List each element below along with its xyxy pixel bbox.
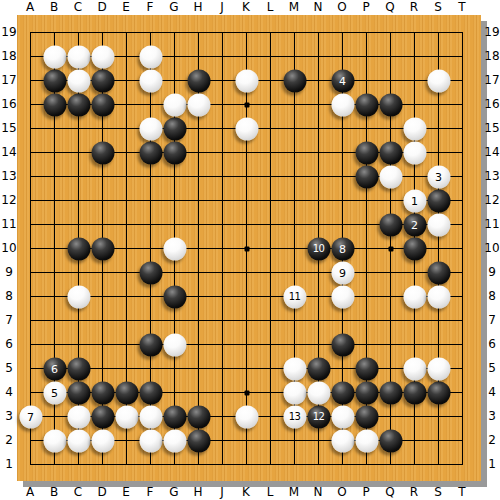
stone-white-B2[interactable] [43,429,66,452]
stone-white-G10[interactable] [163,237,186,260]
coord-label-top-F: F [147,1,154,13]
stone-white-P2[interactable] [355,429,378,452]
stone-white-F18[interactable] [139,45,162,68]
stone-black-P4[interactable] [355,381,378,404]
stone-white-Q13[interactable] [379,165,402,188]
coord-label-top-Q: Q [385,1,394,13]
stone-black-Q16[interactable] [379,93,402,116]
stone-black-S9[interactable] [427,261,450,284]
stone-white-E3[interactable] [115,405,138,428]
stone-black-S12[interactable] [427,189,450,212]
stone-black-N5[interactable] [307,357,330,380]
move-number-label: 13 [289,412,301,422]
stone-white-O2[interactable] [331,429,354,452]
stone-black-F14[interactable] [139,141,162,164]
stone-white-C17[interactable] [67,69,90,92]
coord-label-left-5: 5 [5,362,13,374]
coord-label-top-K: K [242,1,250,13]
coord-label-top-O: O [337,1,346,13]
coord-label-top-N: N [314,1,323,13]
stone-white-G16[interactable] [163,93,186,116]
star-point-K16 [244,102,249,107]
stone-black-Q11[interactable] [379,213,402,236]
move-number-label: 1 [411,195,418,206]
coord-label-left-10: 10 [1,242,16,254]
coord-label-right-12: 12 [484,194,499,206]
coord-label-left-18: 18 [1,50,16,62]
stone-black-P13[interactable] [355,165,378,188]
move-11-stone-white-M8[interactable]: 11 [283,285,306,308]
stone-black-Q4[interactable] [379,381,402,404]
coord-label-right-9: 9 [488,266,496,278]
stone-black-H3[interactable] [187,405,210,428]
coord-label-top-J: J [220,1,224,13]
move-7-stone-white-A3[interactable]: 7 [19,405,42,428]
stone-white-S11[interactable] [427,213,450,236]
coord-label-right-15: 15 [484,122,499,134]
coord-label-right-7: 7 [488,314,496,326]
stone-white-R14[interactable] [403,141,426,164]
coord-label-left-6: 6 [5,338,13,350]
coord-label-top-A: A [26,1,34,13]
move-1-stone-white-R12[interactable]: 1 [403,189,426,212]
stone-black-R4[interactable] [403,381,426,404]
coord-label-right-14: 14 [484,146,499,158]
grid-line-vertical [462,32,463,465]
stone-black-F6[interactable] [139,333,162,356]
stone-black-P16[interactable] [355,93,378,116]
stone-black-C10[interactable] [67,237,90,260]
stone-white-C2[interactable] [67,429,90,452]
stone-black-G14[interactable] [163,141,186,164]
stone-black-D10[interactable] [91,237,114,260]
coord-label-right-6: 6 [488,338,496,350]
stone-black-H2[interactable] [187,429,210,452]
coord-label-right-16: 16 [484,98,499,110]
stone-white-R8[interactable] [403,285,426,308]
stone-white-D2[interactable] [91,429,114,452]
coord-label-left-13: 13 [1,170,16,182]
stone-black-C4[interactable] [67,381,90,404]
stone-white-O16[interactable] [331,93,354,116]
stone-black-Q2[interactable] [379,429,402,452]
star-point-K4 [244,390,249,395]
stone-black-B17[interactable] [43,69,66,92]
coord-label-bottom-H: H [193,486,202,498]
stone-white-D18[interactable] [91,45,114,68]
coord-label-top-R: R [410,1,418,13]
coord-label-top-D: D [97,1,106,13]
move-13-stone-white-M3[interactable]: 13 [283,405,306,428]
stone-black-R10[interactable] [403,237,426,260]
go-board-screenshot: AABBCCDDEEFFGGHHJJKKLLMMNNOOPPQQRRSSTT19… [0,0,500,500]
stone-black-D4[interactable] [91,381,114,404]
coord-label-top-P: P [362,1,369,13]
coord-label-right-11: 11 [484,218,499,230]
stone-black-P14[interactable] [355,141,378,164]
coord-label-right-17: 17 [484,74,499,86]
coord-label-top-E: E [122,1,130,13]
coord-label-bottom-T: T [458,486,465,498]
stone-black-D17[interactable] [91,69,114,92]
stone-white-F15[interactable] [139,117,162,140]
stone-white-S5[interactable] [427,357,450,380]
stone-black-Q14[interactable] [379,141,402,164]
coord-label-bottom-E: E [122,486,130,498]
stone-white-G2[interactable] [163,429,186,452]
move-3-stone-white-S13[interactable]: 3 [427,165,450,188]
coord-label-left-7: 7 [5,314,13,326]
coord-label-right-8: 8 [488,290,496,302]
coord-label-bottom-S: S [434,486,442,498]
coord-label-left-19: 19 [1,26,16,38]
coord-label-top-M: M [289,1,299,13]
stone-white-N4[interactable] [307,381,330,404]
coord-label-bottom-R: R [410,486,418,498]
coord-label-left-1: 1 [5,458,13,470]
coord-label-bottom-M: M [289,486,299,498]
coord-label-right-2: 2 [488,434,496,446]
stone-black-G3[interactable] [163,405,186,428]
coord-label-left-14: 14 [1,146,16,158]
stone-white-K3[interactable] [235,405,258,428]
coord-label-bottom-F: F [147,486,154,498]
stone-white-G6[interactable] [163,333,186,356]
stone-black-M17[interactable] [283,69,306,92]
stone-black-E4[interactable] [115,381,138,404]
coord-label-bottom-L: L [267,486,274,498]
stone-black-D16[interactable] [91,93,114,116]
stone-white-K15[interactable] [235,117,258,140]
grid-line-horizontal [30,320,463,321]
move-2-stone-black-R11[interactable]: 2 [403,213,426,236]
stone-white-H16[interactable] [187,93,210,116]
stone-black-P5[interactable] [355,357,378,380]
stone-white-O3[interactable] [331,405,354,428]
move-12-stone-black-N3[interactable]: 12 [307,405,330,428]
stone-black-G8[interactable] [163,285,186,308]
stone-white-M4[interactable] [283,381,306,404]
move-number-label: 6 [51,363,58,374]
coord-label-right-18: 18 [484,50,499,62]
coord-label-bottom-Q: Q [385,486,394,498]
stone-black-P3[interactable] [355,405,378,428]
stone-black-O6[interactable] [331,333,354,356]
coord-label-bottom-O: O [337,486,346,498]
coord-label-right-4: 4 [488,386,496,398]
stone-white-C8[interactable] [67,285,90,308]
move-10-stone-black-N10[interactable]: 10 [307,237,330,260]
move-number-label: 2 [411,219,418,230]
move-number-label: 4 [339,75,346,86]
coord-label-left-15: 15 [1,122,16,134]
stone-white-F2[interactable] [139,429,162,452]
coord-label-right-13: 13 [484,170,499,182]
stone-black-C16[interactable] [67,93,90,116]
coord-label-bottom-G: G [169,486,178,498]
stone-white-S17[interactable] [427,69,450,92]
stone-black-H17[interactable] [187,69,210,92]
coord-label-left-8: 8 [5,290,13,302]
move-5-stone-white-B4[interactable]: 5 [43,381,66,404]
stone-black-C5[interactable] [67,357,90,380]
coord-label-bottom-J: J [220,486,224,498]
stone-black-S4[interactable] [427,381,450,404]
coord-label-right-5: 5 [488,362,496,374]
coord-label-bottom-P: P [362,486,369,498]
coord-label-left-4: 4 [5,386,13,398]
move-9-stone-white-O9[interactable]: 9 [331,261,354,284]
stone-white-S8[interactable] [427,285,450,308]
move-number-label: 3 [435,171,442,182]
coord-label-right-19: 19 [484,26,499,38]
grid-line-horizontal [30,464,463,465]
stone-white-F17[interactable] [139,69,162,92]
grid-line-horizontal [30,272,463,273]
grid-line-horizontal [30,368,463,369]
move-number-label: 12 [313,412,325,422]
grid-line-horizontal [30,296,463,297]
coord-label-top-G: G [169,1,178,13]
stone-black-F4[interactable] [139,381,162,404]
stone-black-D14[interactable] [91,141,114,164]
coord-label-left-2: 2 [5,434,13,446]
coord-label-left-16: 16 [1,98,16,110]
coord-label-top-C: C [74,1,82,13]
coord-label-left-17: 17 [1,74,16,86]
move-number-label: 11 [289,292,301,302]
coord-label-bottom-C: C [74,486,82,498]
coord-label-top-L: L [267,1,274,13]
stone-white-O8[interactable] [331,285,354,308]
coord-label-right-10: 10 [484,242,499,254]
coord-label-bottom-N: N [314,486,323,498]
stone-black-G15[interactable] [163,117,186,140]
grid-line-vertical [270,32,271,465]
stone-black-D3[interactable] [91,405,114,428]
coord-label-top-H: H [193,1,202,13]
star-point-Q10 [388,246,393,251]
coord-label-left-3: 3 [5,410,13,422]
stone-black-O4[interactable] [331,381,354,404]
move-number-label: 8 [339,243,346,254]
coord-label-bottom-A: A [26,486,34,498]
coord-label-top-B: B [50,1,58,13]
coord-label-bottom-K: K [242,486,250,498]
move-number-label: 9 [339,267,346,278]
coord-label-left-11: 11 [1,218,16,230]
stone-white-R15[interactable] [403,117,426,140]
stone-white-C18[interactable] [67,45,90,68]
stone-black-B16[interactable] [43,93,66,116]
stone-white-B18[interactable] [43,45,66,68]
coord-label-top-S: S [434,1,442,13]
move-6-stone-black-B5[interactable]: 6 [43,357,66,380]
move-4-stone-black-O17[interactable]: 4 [331,69,354,92]
star-point-K10 [244,246,249,251]
stone-white-M5[interactable] [283,357,306,380]
move-number-label: 5 [51,387,58,398]
coord-label-top-T: T [458,1,465,13]
coord-label-right-1: 1 [488,458,496,470]
move-number-label: 7 [27,411,34,422]
stone-black-F9[interactable] [139,261,162,284]
coord-label-left-9: 9 [5,266,13,278]
stone-white-K17[interactable] [235,69,258,92]
coord-label-right-3: 3 [488,410,496,422]
stone-white-R5[interactable] [403,357,426,380]
move-8-stone-black-O10[interactable]: 8 [331,237,354,260]
coord-label-left-12: 12 [1,194,16,206]
coord-label-bottom-B: B [50,486,58,498]
coord-label-bottom-D: D [97,486,106,498]
grid-line-horizontal [30,344,463,345]
stone-white-F3[interactable] [139,405,162,428]
stone-white-C3[interactable] [67,405,90,428]
move-number-label: 10 [313,244,325,254]
